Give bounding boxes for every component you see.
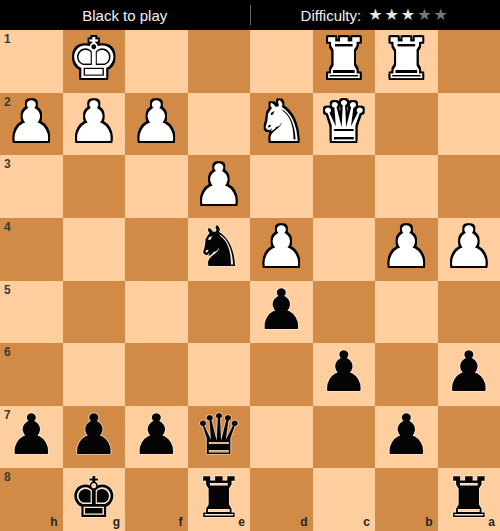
square-h3[interactable]: 3 [0, 155, 63, 218]
rank-label-6: 6 [4, 345, 11, 359]
rank-label-4: 4 [4, 220, 11, 234]
header-bar: Black to play Difficulty: ★★★★★ [0, 0, 500, 30]
square-d2[interactable]: ♞ [250, 93, 313, 156]
square-a8[interactable]: a♜ [438, 468, 500, 531]
black-rook-e8[interactable]: ♜ [194, 470, 244, 526]
square-a6[interactable]: ♟ [438, 343, 500, 406]
white-pawn-e3[interactable]: ♟ [194, 157, 244, 213]
square-e7[interactable]: ♛ [188, 406, 251, 469]
square-f6[interactable] [125, 343, 188, 406]
square-d5[interactable]: ♟ [250, 281, 313, 344]
black-rook-a8[interactable]: ♜ [444, 470, 494, 526]
square-h6[interactable]: 6 [0, 343, 63, 406]
rank-label-3: 3 [4, 157, 11, 171]
square-h1[interactable]: 1 [0, 30, 63, 93]
difficulty-label: Difficulty: [301, 7, 362, 24]
black-pawn-h7[interactable]: ♟ [6, 407, 56, 463]
square-g5[interactable] [63, 281, 126, 344]
square-e6[interactable] [188, 343, 251, 406]
white-pawn-b4[interactable]: ♟ [381, 219, 431, 275]
rank-label-8: 8 [4, 470, 11, 484]
black-king-g8[interactable]: ♚ [69, 470, 119, 526]
square-b4[interactable]: ♟ [375, 218, 438, 281]
chess-board: 1♚♜♜2♟♟♟♞♛3♟4♞♟♟♟5♟6♟♟7♟♟♟♛♟8hg♚fe♜dcba♜ [0, 30, 500, 531]
square-d3[interactable] [250, 155, 313, 218]
square-e3[interactable]: ♟ [188, 155, 251, 218]
square-b3[interactable] [375, 155, 438, 218]
square-c3[interactable] [313, 155, 376, 218]
black-queen-e7[interactable]: ♛ [194, 407, 244, 463]
white-rook-b1[interactable]: ♜ [381, 31, 431, 87]
white-knight-d2[interactable]: ♞ [256, 94, 306, 150]
black-pawn-d5[interactable]: ♟ [256, 282, 306, 338]
square-e8[interactable]: e♜ [188, 468, 251, 531]
square-g4[interactable] [63, 218, 126, 281]
square-a3[interactable] [438, 155, 500, 218]
black-pawn-b7[interactable]: ♟ [381, 407, 431, 463]
square-g8[interactable]: g♚ [63, 468, 126, 531]
square-f1[interactable] [125, 30, 188, 93]
square-c8[interactable]: c [313, 468, 376, 531]
square-f2[interactable]: ♟ [125, 93, 188, 156]
difficulty-indicator: Difficulty: ★★★★★ [251, 7, 500, 24]
white-rook-c1[interactable]: ♜ [319, 31, 369, 87]
square-a4[interactable]: ♟ [438, 218, 500, 281]
file-label-f: f [179, 515, 183, 529]
file-label-h: h [50, 515, 57, 529]
square-a2[interactable] [438, 93, 500, 156]
square-b7[interactable]: ♟ [375, 406, 438, 469]
square-h7[interactable]: 7♟ [0, 406, 63, 469]
file-label-d: d [300, 515, 307, 529]
star-filled-icon: ★ [401, 6, 417, 23]
square-b2[interactable] [375, 93, 438, 156]
square-f8[interactable]: f [125, 468, 188, 531]
white-pawn-h2[interactable]: ♟ [6, 94, 56, 150]
square-h4[interactable]: 4 [0, 218, 63, 281]
square-c7[interactable] [313, 406, 376, 469]
rank-label-5: 5 [4, 283, 11, 297]
square-f4[interactable] [125, 218, 188, 281]
square-b6[interactable] [375, 343, 438, 406]
white-king-g1[interactable]: ♚ [69, 31, 119, 87]
black-pawn-a6[interactable]: ♟ [444, 344, 494, 400]
square-b1[interactable]: ♜ [375, 30, 438, 93]
square-f5[interactable] [125, 281, 188, 344]
white-pawn-d4[interactable]: ♟ [256, 219, 306, 275]
black-pawn-c6[interactable]: ♟ [319, 344, 369, 400]
square-h2[interactable]: 2♟ [0, 93, 63, 156]
square-h8[interactable]: 8h [0, 468, 63, 531]
difficulty-stars: ★★★★★ [368, 7, 450, 23]
square-b5[interactable] [375, 281, 438, 344]
black-knight-e4[interactable]: ♞ [194, 219, 244, 275]
square-f3[interactable] [125, 155, 188, 218]
square-g1[interactable]: ♚ [63, 30, 126, 93]
square-a1[interactable] [438, 30, 500, 93]
rank-label-1: 1 [4, 32, 11, 46]
square-e4[interactable]: ♞ [188, 218, 251, 281]
square-c2[interactable]: ♛ [313, 93, 376, 156]
square-d4[interactable]: ♟ [250, 218, 313, 281]
chess-puzzle-app: Black to play Difficulty: ★★★★★ 1♚♜♜2♟♟♟… [0, 0, 500, 531]
square-g2[interactable]: ♟ [63, 93, 126, 156]
square-e1[interactable] [188, 30, 251, 93]
square-d1[interactable] [250, 30, 313, 93]
square-c1[interactable]: ♜ [313, 30, 376, 93]
square-e5[interactable] [188, 281, 251, 344]
square-f7[interactable]: ♟ [125, 406, 188, 469]
white-pawn-a4[interactable]: ♟ [444, 219, 494, 275]
square-c6[interactable]: ♟ [313, 343, 376, 406]
square-g6[interactable] [63, 343, 126, 406]
square-d7[interactable] [250, 406, 313, 469]
star-empty-icon: ★ [417, 6, 433, 23]
square-d6[interactable] [250, 343, 313, 406]
square-g3[interactable] [63, 155, 126, 218]
white-pawn-f2[interactable]: ♟ [131, 94, 181, 150]
white-pawn-g2[interactable]: ♟ [69, 94, 119, 150]
square-e2[interactable] [188, 93, 251, 156]
star-filled-icon: ★ [368, 6, 384, 23]
square-c5[interactable] [313, 281, 376, 344]
square-c4[interactable] [313, 218, 376, 281]
white-queen-c2[interactable]: ♛ [319, 94, 369, 150]
square-a7[interactable] [438, 406, 500, 469]
star-filled-icon: ★ [385, 6, 401, 23]
square-b8[interactable]: b [375, 468, 438, 531]
square-g7[interactable]: ♟ [63, 406, 126, 469]
square-a5[interactable] [438, 281, 500, 344]
square-d8[interactable]: d [250, 468, 313, 531]
turn-indicator: Black to play [0, 7, 250, 24]
black-pawn-g7[interactable]: ♟ [69, 407, 119, 463]
file-label-b: b [425, 515, 432, 529]
star-empty-icon: ★ [434, 6, 450, 23]
black-pawn-f7[interactable]: ♟ [131, 407, 181, 463]
square-h5[interactable]: 5 [0, 281, 63, 344]
file-label-c: c [363, 515, 370, 529]
turn-label: Black to play [82, 7, 167, 24]
